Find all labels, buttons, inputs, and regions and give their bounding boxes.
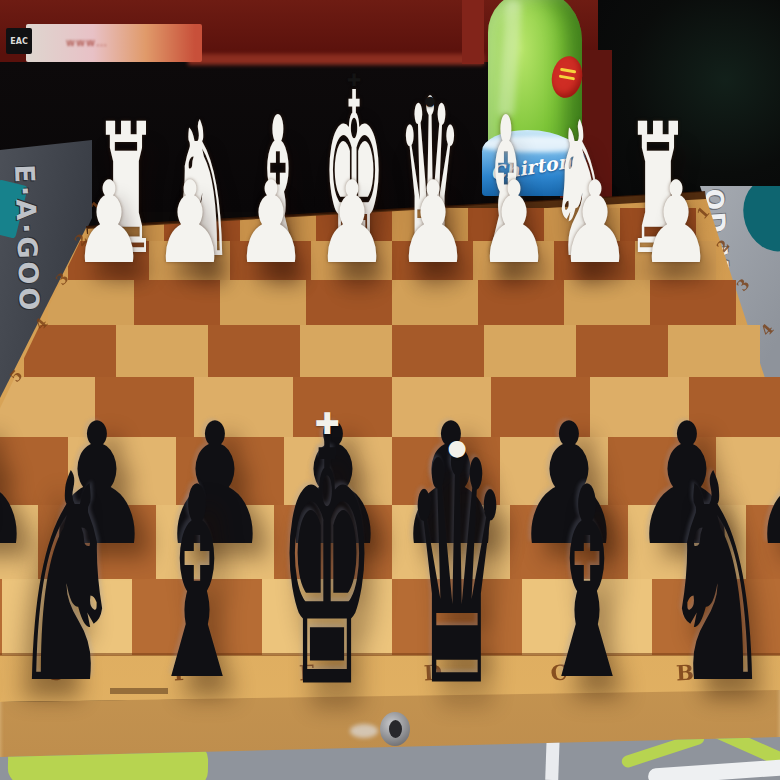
piece-black-bishop-c8[interactable]: ♝ xyxy=(532,454,642,718)
piece-white-pawn-g2[interactable]: ♟ xyxy=(149,168,230,281)
cloth-text-left: E·A·GOO xyxy=(9,164,45,314)
square-a4[interactable] xyxy=(668,325,760,377)
piece-white-pawn-h2[interactable]: ♟ xyxy=(68,168,149,281)
piece-white-pawn-a2[interactable]: ♟ xyxy=(635,168,716,281)
square-b4[interactable] xyxy=(576,325,668,377)
piece-black-bishop-f8[interactable]: ♝ xyxy=(142,454,252,718)
finial-ball-d1: ● xyxy=(424,94,435,107)
piece-black-knight-b8[interactable]: ♞ xyxy=(656,437,779,723)
piece-white-pawn-b2[interactable]: ♟ xyxy=(554,168,635,281)
square-c4[interactable] xyxy=(484,325,576,377)
rank-row-4 xyxy=(24,325,760,377)
finial-cross-e8: ✚ xyxy=(314,409,339,439)
finial-cross-e1: ✚ xyxy=(347,72,361,89)
photo-stage: www… EAC Chirton E·A·GOO OD MOO HGFEDCBA… xyxy=(0,0,780,780)
cloth-white-shape xyxy=(648,759,780,780)
piece-black-king-e8[interactable]: ♚ xyxy=(273,394,380,736)
square-h4[interactable] xyxy=(24,325,116,377)
square-d4[interactable] xyxy=(392,325,484,377)
piece-black-knight-g8[interactable]: ♞ xyxy=(6,437,129,723)
piece-white-pawn-c2[interactable]: ♟ xyxy=(473,168,554,281)
eac-mark: EAC xyxy=(6,28,32,54)
piece-white-pawn-e2[interactable]: ♟ xyxy=(311,168,392,281)
piece-white-pawn-f2[interactable]: ♟ xyxy=(230,168,311,281)
book-spine-text: www… xyxy=(66,36,108,49)
book-spine: www… xyxy=(26,24,202,62)
piece-white-pawn-d2[interactable]: ♟ xyxy=(392,168,473,281)
square-g4[interactable] xyxy=(116,325,208,377)
finial-ball-d8: ● xyxy=(447,437,466,459)
